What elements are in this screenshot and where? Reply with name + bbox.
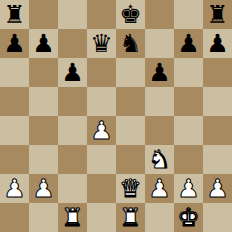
square-c1[interactable]: ♜: [58, 203, 87, 232]
square-f4[interactable]: [145, 116, 174, 145]
square-e3[interactable]: [116, 145, 145, 174]
square-a7[interactable]: ♟: [0, 29, 29, 58]
piece-white-queen: ♛: [119, 174, 141, 203]
square-g4[interactable]: [174, 116, 203, 145]
square-e1[interactable]: ♜: [116, 203, 145, 232]
square-d5[interactable]: [87, 87, 116, 116]
square-a3[interactable]: [0, 145, 29, 174]
square-d6[interactable]: [87, 58, 116, 87]
piece-black-pawn: ♟: [3, 29, 25, 58]
square-e6[interactable]: [116, 58, 145, 87]
square-d4[interactable]: ♟: [87, 116, 116, 145]
square-a8[interactable]: ♜: [0, 0, 29, 29]
square-c3[interactable]: [58, 145, 87, 174]
square-d3[interactable]: [87, 145, 116, 174]
square-f2[interactable]: ♟: [145, 174, 174, 203]
square-a4[interactable]: [0, 116, 29, 145]
square-e8[interactable]: ♚: [116, 0, 145, 29]
square-b5[interactable]: [29, 87, 58, 116]
square-e4[interactable]: [116, 116, 145, 145]
piece-white-king: ♚: [177, 203, 199, 232]
square-a2[interactable]: ♟: [0, 174, 29, 203]
square-h1[interactable]: [203, 203, 232, 232]
square-e2[interactable]: ♛: [116, 174, 145, 203]
square-b6[interactable]: [29, 58, 58, 87]
square-f8[interactable]: [145, 0, 174, 29]
square-g7[interactable]: ♟: [174, 29, 203, 58]
piece-white-pawn: ♟: [90, 116, 112, 145]
square-d7[interactable]: ♛: [87, 29, 116, 58]
piece-black-pawn: ♟: [148, 58, 170, 87]
square-c5[interactable]: [58, 87, 87, 116]
piece-white-pawn: ♟: [206, 174, 228, 203]
square-g3[interactable]: [174, 145, 203, 174]
piece-black-queen: ♛: [90, 29, 112, 58]
square-d1[interactable]: [87, 203, 116, 232]
square-g5[interactable]: [174, 87, 203, 116]
piece-black-pawn: ♟: [177, 29, 199, 58]
square-b8[interactable]: [29, 0, 58, 29]
square-a5[interactable]: [0, 87, 29, 116]
piece-white-rook: ♜: [61, 203, 83, 232]
square-h3[interactable]: [203, 145, 232, 174]
square-e7[interactable]: ♞: [116, 29, 145, 58]
square-c8[interactable]: [58, 0, 87, 29]
square-d2[interactable]: [87, 174, 116, 203]
chess-board: ♜♚♜♟♟♛♞♟♟♟♟♟♞♟♟♛♟♟♟♜♜♚: [0, 0, 232, 232]
square-b1[interactable]: [29, 203, 58, 232]
square-g2[interactable]: ♟: [174, 174, 203, 203]
piece-black-king: ♚: [119, 0, 141, 29]
square-c6[interactable]: ♟: [58, 58, 87, 87]
piece-white-pawn: ♟: [148, 174, 170, 203]
piece-black-rook: ♜: [206, 0, 228, 29]
piece-white-pawn: ♟: [32, 174, 54, 203]
square-c4[interactable]: [58, 116, 87, 145]
square-f3[interactable]: ♞: [145, 145, 174, 174]
square-h5[interactable]: [203, 87, 232, 116]
square-f7[interactable]: [145, 29, 174, 58]
square-h4[interactable]: [203, 116, 232, 145]
piece-black-pawn: ♟: [206, 29, 228, 58]
square-f1[interactable]: [145, 203, 174, 232]
square-c7[interactable]: [58, 29, 87, 58]
square-b2[interactable]: ♟: [29, 174, 58, 203]
piece-black-pawn: ♟: [61, 58, 83, 87]
square-d8[interactable]: [87, 0, 116, 29]
square-f5[interactable]: [145, 87, 174, 116]
square-h2[interactable]: ♟: [203, 174, 232, 203]
piece-black-pawn: ♟: [32, 29, 54, 58]
piece-black-rook: ♜: [3, 0, 25, 29]
square-h6[interactable]: [203, 58, 232, 87]
square-h8[interactable]: ♜: [203, 0, 232, 29]
piece-white-pawn: ♟: [177, 174, 199, 203]
square-g6[interactable]: [174, 58, 203, 87]
piece-white-rook: ♜: [119, 203, 141, 232]
square-f6[interactable]: ♟: [145, 58, 174, 87]
square-b3[interactable]: [29, 145, 58, 174]
square-a6[interactable]: [0, 58, 29, 87]
square-e5[interactable]: [116, 87, 145, 116]
square-g8[interactable]: [174, 0, 203, 29]
square-b7[interactable]: ♟: [29, 29, 58, 58]
piece-black-knight: ♞: [119, 29, 141, 58]
piece-white-pawn: ♟: [3, 174, 25, 203]
square-h7[interactable]: ♟: [203, 29, 232, 58]
square-g1[interactable]: ♚: [174, 203, 203, 232]
square-b4[interactable]: [29, 116, 58, 145]
square-a1[interactable]: [0, 203, 29, 232]
piece-white-knight: ♞: [148, 145, 170, 174]
square-c2[interactable]: [58, 174, 87, 203]
